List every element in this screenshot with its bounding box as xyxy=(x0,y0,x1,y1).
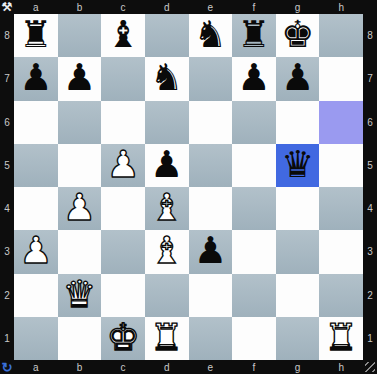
square-f5[interactable] xyxy=(232,144,276,187)
file-label-e: e xyxy=(189,360,233,374)
rank-label-2: 2 xyxy=(0,274,14,317)
square-g6[interactable] xyxy=(276,101,320,144)
rank-label-7: 7 xyxy=(0,57,14,100)
square-g5[interactable]: ♛ xyxy=(276,144,320,187)
piece-white-rook[interactable]: ♜ xyxy=(325,319,358,356)
board-tools-icon[interactable]: ⚒ xyxy=(0,0,14,14)
piece-black-king[interactable]: ♚ xyxy=(281,16,314,53)
piece-white-king[interactable]: ♚ xyxy=(106,319,139,356)
square-h7[interactable] xyxy=(319,57,363,100)
square-h8[interactable] xyxy=(319,14,363,57)
square-d1[interactable]: ♜ xyxy=(145,317,189,360)
square-c7[interactable] xyxy=(101,57,145,100)
square-d2[interactable] xyxy=(145,274,189,317)
rank-label-8: 8 xyxy=(0,14,14,57)
rank-label-5: 5 xyxy=(0,144,14,187)
rank-label-3: 3 xyxy=(0,230,14,273)
resize-grip xyxy=(365,362,375,372)
rank-label-2: 2 xyxy=(363,274,377,317)
piece-black-queen[interactable]: ♛ xyxy=(281,146,314,183)
file-labels-top: abcdefgh xyxy=(14,0,363,14)
file-label-b: b xyxy=(58,0,102,14)
square-f7[interactable]: ♟ xyxy=(232,57,276,100)
file-label-b: b xyxy=(58,360,102,374)
square-d5[interactable]: ♟ xyxy=(145,144,189,187)
rank-labels-right: 87654321 xyxy=(363,14,377,360)
square-h4[interactable] xyxy=(319,187,363,230)
square-e3[interactable]: ♟ xyxy=(189,230,233,273)
square-f1[interactable] xyxy=(232,317,276,360)
piece-white-pawn[interactable]: ♟ xyxy=(106,146,139,183)
square-d3[interactable]: ♝ xyxy=(145,230,189,273)
file-label-c: c xyxy=(101,0,145,14)
file-label-f: f xyxy=(232,0,276,14)
piece-white-pawn[interactable]: ♟ xyxy=(19,232,52,269)
square-a7[interactable]: ♟ xyxy=(14,57,58,100)
piece-black-bishop[interactable]: ♝ xyxy=(106,16,139,53)
square-g8[interactable]: ♚ xyxy=(276,14,320,57)
piece-black-pawn[interactable]: ♟ xyxy=(19,59,52,96)
square-a5[interactable] xyxy=(14,144,58,187)
square-e6[interactable] xyxy=(189,101,233,144)
square-g3[interactable] xyxy=(276,230,320,273)
rank-label-3: 3 xyxy=(363,230,377,273)
rank-label-1: 1 xyxy=(363,317,377,360)
piece-black-pawn[interactable]: ♟ xyxy=(150,146,183,183)
piece-black-knight[interactable]: ♞ xyxy=(150,59,183,96)
square-a8[interactable]: ♜ xyxy=(14,14,58,57)
piece-white-pawn[interactable]: ♟ xyxy=(63,189,96,226)
piece-black-pawn[interactable]: ♟ xyxy=(281,59,314,96)
file-label-a: a xyxy=(14,360,58,374)
rank-label-7: 7 xyxy=(363,57,377,100)
square-h1[interactable]: ♜ xyxy=(319,317,363,360)
rank-label-1: 1 xyxy=(0,317,14,360)
chess-board: ♜♝♞♜♚♟♟♞♟♟♟♟♛♟♝♟♝♟♛♚♜♜ xyxy=(14,14,363,360)
file-label-e: e xyxy=(189,0,233,14)
square-c6[interactable] xyxy=(101,101,145,144)
piece-white-queen[interactable]: ♛ xyxy=(63,276,96,313)
square-c2[interactable] xyxy=(101,274,145,317)
square-e4[interactable] xyxy=(189,187,233,230)
square-b4[interactable]: ♟ xyxy=(58,187,102,230)
square-b1[interactable] xyxy=(58,317,102,360)
rank-labels-left: 87654321 xyxy=(0,14,14,360)
square-b8[interactable] xyxy=(58,14,102,57)
square-e2[interactable] xyxy=(189,274,233,317)
rank-label-8: 8 xyxy=(363,14,377,57)
piece-black-rook[interactable]: ♜ xyxy=(19,16,52,53)
resize-handle-icon[interactable] xyxy=(363,360,377,374)
square-c5[interactable]: ♟ xyxy=(101,144,145,187)
rank-label-4: 4 xyxy=(0,187,14,230)
square-c1[interactable]: ♚ xyxy=(101,317,145,360)
piece-white-bishop[interactable]: ♝ xyxy=(150,232,183,269)
file-label-d: d xyxy=(145,0,189,14)
square-e7[interactable] xyxy=(189,57,233,100)
piece-white-bishop[interactable]: ♝ xyxy=(150,189,183,226)
square-a6[interactable] xyxy=(14,101,58,144)
piece-black-rook[interactable]: ♜ xyxy=(237,16,270,53)
square-h5[interactable] xyxy=(319,144,363,187)
square-c8[interactable]: ♝ xyxy=(101,14,145,57)
square-c4[interactable] xyxy=(101,187,145,230)
square-b2[interactable]: ♛ xyxy=(58,274,102,317)
square-a1[interactable] xyxy=(14,317,58,360)
file-label-h: h xyxy=(319,0,363,14)
file-label-d: d xyxy=(145,360,189,374)
square-b5[interactable] xyxy=(58,144,102,187)
square-d4[interactable]: ♝ xyxy=(145,187,189,230)
file-label-h: h xyxy=(319,360,363,374)
flip-board-icon[interactable]: ↻ xyxy=(0,360,14,374)
file-label-g: g xyxy=(276,0,320,14)
square-e5[interactable] xyxy=(189,144,233,187)
square-f2[interactable] xyxy=(232,274,276,317)
rank-label-6: 6 xyxy=(0,101,14,144)
square-h2[interactable] xyxy=(319,274,363,317)
piece-black-pawn[interactable]: ♟ xyxy=(194,232,227,269)
square-d6[interactable] xyxy=(145,101,189,144)
square-b3[interactable] xyxy=(58,230,102,273)
chess-board-widget: ⚒ abcdefgh 87654321 87654321 abcdefgh ↻ … xyxy=(0,0,377,374)
rank-label-5: 5 xyxy=(363,144,377,187)
square-b7[interactable]: ♟ xyxy=(58,57,102,100)
square-h3[interactable] xyxy=(319,230,363,273)
square-f8[interactable]: ♜ xyxy=(232,14,276,57)
square-c3[interactable] xyxy=(101,230,145,273)
square-h6[interactable] xyxy=(319,101,363,144)
file-label-f: f xyxy=(232,360,276,374)
rank-label-6: 6 xyxy=(363,101,377,144)
square-a4[interactable] xyxy=(14,187,58,230)
file-label-g: g xyxy=(276,360,320,374)
square-f4[interactable] xyxy=(232,187,276,230)
file-label-a: a xyxy=(14,0,58,14)
square-f6[interactable] xyxy=(232,101,276,144)
rank-label-4: 4 xyxy=(363,187,377,230)
piece-black-pawn[interactable]: ♟ xyxy=(63,59,96,96)
square-g4[interactable] xyxy=(276,187,320,230)
piece-black-pawn[interactable]: ♟ xyxy=(237,59,270,96)
square-f3[interactable] xyxy=(232,230,276,273)
square-e1[interactable] xyxy=(189,317,233,360)
square-b6[interactable] xyxy=(58,101,102,144)
square-g1[interactable] xyxy=(276,317,320,360)
piece-black-knight[interactable]: ♞ xyxy=(194,16,227,53)
square-g7[interactable]: ♟ xyxy=(276,57,320,100)
file-labels-bottom: abcdefgh xyxy=(14,360,363,374)
square-d8[interactable] xyxy=(145,14,189,57)
piece-white-rook[interactable]: ♜ xyxy=(150,319,183,356)
square-d7[interactable]: ♞ xyxy=(145,57,189,100)
square-a3[interactable]: ♟ xyxy=(14,230,58,273)
file-label-c: c xyxy=(101,360,145,374)
square-e8[interactable]: ♞ xyxy=(189,14,233,57)
square-a2[interactable] xyxy=(14,274,58,317)
square-g2[interactable] xyxy=(276,274,320,317)
